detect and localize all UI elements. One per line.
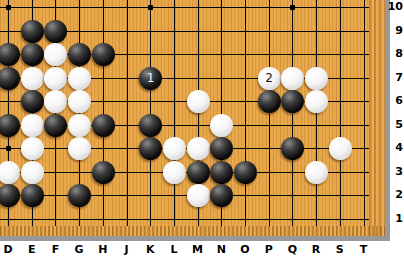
col-label-O: O: [235, 243, 255, 258]
col-label-R: R: [306, 243, 326, 258]
stone-white-G4[interactable]: [68, 137, 91, 160]
stone-white-E3[interactable]: [21, 161, 44, 184]
grid-line-h-1: [0, 219, 369, 220]
board[interactable]: 12: [0, 0, 385, 236]
col-label-J: J: [117, 243, 137, 258]
stone-white-S4[interactable]: [329, 137, 352, 160]
move-number-1: 1: [147, 67, 155, 90]
stone-black-N2[interactable]: [210, 184, 233, 207]
stone-black-E8[interactable]: [21, 43, 44, 66]
col-label-M: M: [188, 243, 208, 258]
col-label-F: F: [45, 243, 65, 258]
star-point-D4: [6, 146, 11, 151]
col-label-G: G: [69, 243, 89, 258]
grid-line-v-R: [316, 0, 317, 226]
col-label-Q: Q: [282, 243, 302, 258]
stone-black-F5[interactable]: [44, 114, 67, 137]
stone-white-L3[interactable]: [163, 161, 186, 184]
stone-white-E4[interactable]: [21, 137, 44, 160]
stone-black-D5[interactable]: [0, 114, 20, 137]
grid-line-v-J: [127, 0, 128, 226]
stone-black-M3[interactable]: [187, 161, 210, 184]
grid-line-v-S: [340, 0, 341, 226]
stone-white-D3[interactable]: [0, 161, 20, 184]
stone-white-E7[interactable]: [21, 67, 44, 90]
grid-line-v-O: [245, 0, 246, 226]
board-border-bottom: [0, 236, 390, 241]
grid-line-v-T: [364, 0, 365, 226]
stone-black-D7[interactable]: [0, 67, 20, 90]
stone-white-L4[interactable]: [163, 137, 186, 160]
stone-white-F6[interactable]: [44, 90, 67, 113]
go-board-diagram: 12 DEFGHJKLMNOPQRST 10987654321: [0, 0, 404, 260]
stone-black-H8[interactable]: [92, 43, 115, 66]
move-number-2: 2: [265, 67, 273, 90]
grid-line-v-Q: [292, 0, 293, 226]
stone-black-D8[interactable]: [0, 43, 20, 66]
stone-white-M6[interactable]: [187, 90, 210, 113]
stone-black-K7[interactable]: 1: [139, 67, 162, 90]
stone-white-R3[interactable]: [305, 161, 328, 184]
stone-white-F7[interactable]: [44, 67, 67, 90]
stone-black-F9[interactable]: [44, 20, 67, 43]
row-label-1: 1: [386, 212, 403, 226]
stone-white-G6[interactable]: [68, 90, 91, 113]
stone-black-H5[interactable]: [92, 114, 115, 137]
stone-black-Q4[interactable]: [281, 137, 304, 160]
star-point-K10: [148, 5, 153, 10]
stone-white-M4[interactable]: [187, 137, 210, 160]
row-label-7: 7: [386, 71, 403, 85]
stone-black-P6[interactable]: [258, 90, 281, 113]
stone-black-E2[interactable]: [21, 184, 44, 207]
row-label-8: 8: [386, 47, 403, 61]
col-label-S: S: [330, 243, 350, 258]
grid-line-h-2: [0, 195, 369, 196]
stone-white-F8[interactable]: [44, 43, 67, 66]
star-point-Q10: [290, 5, 295, 10]
row-label-3: 3: [386, 165, 403, 179]
stone-black-E6[interactable]: [21, 90, 44, 113]
row-label-4: 4: [386, 141, 403, 155]
stone-black-N3[interactable]: [210, 161, 233, 184]
grid-line-h-10: [0, 7, 369, 8]
stone-white-G5[interactable]: [68, 114, 91, 137]
stone-white-E5[interactable]: [21, 114, 44, 137]
star-point-D10: [6, 5, 11, 10]
grid-line-v-P: [269, 0, 270, 226]
stone-black-H3[interactable]: [92, 161, 115, 184]
stone-black-K4[interactable]: [139, 137, 162, 160]
stone-black-O3[interactable]: [234, 161, 257, 184]
col-label-T: T: [354, 243, 374, 258]
grid-line-v-L: [174, 0, 175, 226]
stone-white-R7[interactable]: [305, 67, 328, 90]
row-label-9: 9: [386, 24, 403, 38]
stone-black-N4[interactable]: [210, 137, 233, 160]
col-label-L: L: [164, 243, 184, 258]
stone-white-N5[interactable]: [210, 114, 233, 137]
col-label-E: E: [22, 243, 42, 258]
stone-black-K5[interactable]: [139, 114, 162, 137]
row-label-5: 5: [386, 118, 403, 132]
stone-black-D2[interactable]: [0, 184, 20, 207]
board-edge-shading-right: [369, 0, 385, 236]
stone-white-Q7[interactable]: [281, 67, 304, 90]
col-label-H: H: [93, 243, 113, 258]
stone-white-G7[interactable]: [68, 67, 91, 90]
stone-black-E9[interactable]: [21, 20, 44, 43]
stone-white-R6[interactable]: [305, 90, 328, 113]
stone-black-G8[interactable]: [68, 43, 91, 66]
row-label-10: 10: [386, 0, 403, 14]
row-label-6: 6: [386, 94, 403, 108]
stone-black-Q6[interactable]: [281, 90, 304, 113]
row-label-2: 2: [386, 188, 403, 202]
col-label-N: N: [211, 243, 231, 258]
col-label-P: P: [259, 243, 279, 258]
col-label-D: D: [0, 243, 18, 258]
stone-white-M2[interactable]: [187, 184, 210, 207]
stone-white-P7[interactable]: 2: [258, 67, 281, 90]
stone-black-G2[interactable]: [68, 184, 91, 207]
col-label-K: K: [140, 243, 160, 258]
board-edge-shading-bottom: [0, 226, 385, 236]
